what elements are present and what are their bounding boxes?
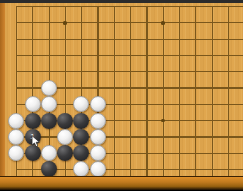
mouse-cursor-icon (31, 135, 40, 148)
go-app-window: 1 (0, 0, 243, 190)
white-stone (73, 96, 89, 112)
white-stone (8, 113, 24, 129)
black-stone (73, 129, 89, 145)
white-stone (8, 145, 24, 161)
go-board[interactable]: 1 (8, 0, 236, 178)
black-stone (73, 145, 89, 161)
white-stone (90, 96, 106, 112)
white-stone (90, 129, 106, 145)
white-stone (41, 145, 57, 161)
white-stone (90, 145, 106, 161)
black-stone (57, 145, 73, 161)
black-stone (41, 113, 57, 129)
white-stone (8, 129, 24, 145)
white-stone (41, 80, 57, 96)
black-stone (25, 113, 41, 129)
white-stone (41, 96, 57, 112)
black-stone (73, 113, 89, 129)
white-stone (57, 129, 73, 145)
window-left-edge (0, 3, 5, 191)
white-stone (25, 96, 41, 112)
black-stone (57, 113, 73, 129)
bottom-toolbar (0, 176, 243, 190)
white-stone (90, 113, 106, 129)
window-top-edge (0, 0, 243, 3)
